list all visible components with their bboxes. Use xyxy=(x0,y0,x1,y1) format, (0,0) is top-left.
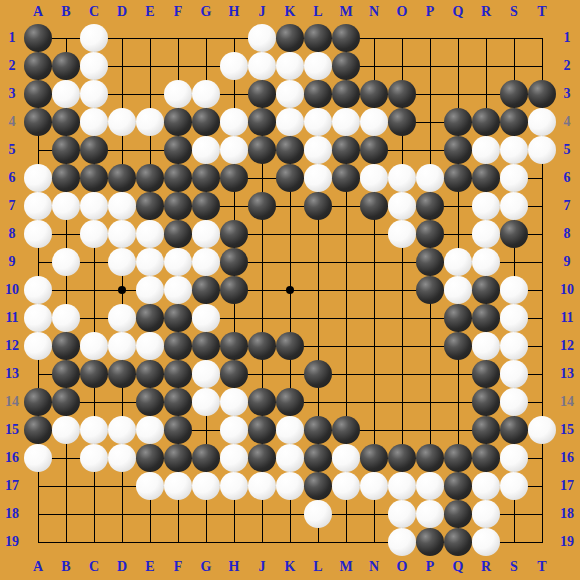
intersection-T5[interactable] xyxy=(528,136,556,164)
intersection-S8[interactable] xyxy=(500,220,528,248)
intersection-J18[interactable] xyxy=(248,500,276,528)
intersection-D18[interactable] xyxy=(108,500,136,528)
intersection-F11[interactable] xyxy=(164,304,192,332)
intersection-G17[interactable] xyxy=(192,472,220,500)
intersection-E16[interactable] xyxy=(136,444,164,472)
intersection-N3[interactable] xyxy=(360,80,388,108)
intersection-O15[interactable] xyxy=(388,416,416,444)
intersection-A4[interactable] xyxy=(24,108,52,136)
intersection-S12[interactable] xyxy=(500,332,528,360)
intersection-L12[interactable] xyxy=(304,332,332,360)
intersection-M12[interactable] xyxy=(332,332,360,360)
intersection-E3[interactable] xyxy=(136,80,164,108)
intersection-Q17[interactable] xyxy=(444,472,472,500)
intersection-R2[interactable] xyxy=(472,52,500,80)
intersection-B4[interactable] xyxy=(52,108,80,136)
intersection-L19[interactable] xyxy=(304,528,332,556)
intersection-R3[interactable] xyxy=(472,80,500,108)
intersection-F2[interactable] xyxy=(164,52,192,80)
intersection-K1[interactable] xyxy=(276,24,304,52)
intersection-N1[interactable] xyxy=(360,24,388,52)
intersection-O4[interactable] xyxy=(388,108,416,136)
intersection-L1[interactable] xyxy=(304,24,332,52)
intersection-T12[interactable] xyxy=(528,332,556,360)
intersection-F5[interactable] xyxy=(164,136,192,164)
intersection-Q19[interactable] xyxy=(444,528,472,556)
intersection-T9[interactable] xyxy=(528,248,556,276)
intersection-L8[interactable] xyxy=(304,220,332,248)
intersection-G14[interactable] xyxy=(192,388,220,416)
intersection-B15[interactable] xyxy=(52,416,80,444)
intersection-S2[interactable] xyxy=(500,52,528,80)
intersection-R15[interactable] xyxy=(472,416,500,444)
intersection-T1[interactable] xyxy=(528,24,556,52)
intersection-T17[interactable] xyxy=(528,472,556,500)
intersection-G4[interactable] xyxy=(192,108,220,136)
intersection-R7[interactable] xyxy=(472,192,500,220)
intersection-A10[interactable] xyxy=(24,276,52,304)
intersection-D5[interactable] xyxy=(108,136,136,164)
intersection-E4[interactable] xyxy=(136,108,164,136)
intersection-D12[interactable] xyxy=(108,332,136,360)
intersection-M16[interactable] xyxy=(332,444,360,472)
intersection-N14[interactable] xyxy=(360,388,388,416)
intersection-D9[interactable] xyxy=(108,248,136,276)
intersection-C10[interactable] xyxy=(80,276,108,304)
intersection-L6[interactable] xyxy=(304,164,332,192)
intersection-K6[interactable] xyxy=(276,164,304,192)
intersection-C9[interactable] xyxy=(80,248,108,276)
intersection-O12[interactable] xyxy=(388,332,416,360)
intersection-A8[interactable] xyxy=(24,220,52,248)
intersection-T8[interactable] xyxy=(528,220,556,248)
intersection-J13[interactable] xyxy=(248,360,276,388)
intersection-J8[interactable] xyxy=(248,220,276,248)
intersection-H1[interactable] xyxy=(220,24,248,52)
intersection-G9[interactable] xyxy=(192,248,220,276)
intersection-L4[interactable] xyxy=(304,108,332,136)
intersection-D11[interactable] xyxy=(108,304,136,332)
intersection-R14[interactable] xyxy=(472,388,500,416)
intersection-R9[interactable] xyxy=(472,248,500,276)
intersection-E15[interactable] xyxy=(136,416,164,444)
intersection-P11[interactable] xyxy=(416,304,444,332)
intersection-K8[interactable] xyxy=(276,220,304,248)
intersection-S4[interactable] xyxy=(500,108,528,136)
intersection-M4[interactable] xyxy=(332,108,360,136)
intersection-F8[interactable] xyxy=(164,220,192,248)
intersection-D10[interactable] xyxy=(108,276,136,304)
intersection-L3[interactable] xyxy=(304,80,332,108)
intersection-A13[interactable] xyxy=(24,360,52,388)
intersection-K12[interactable] xyxy=(276,332,304,360)
intersection-O13[interactable] xyxy=(388,360,416,388)
intersection-B17[interactable] xyxy=(52,472,80,500)
intersection-P15[interactable] xyxy=(416,416,444,444)
intersection-H11[interactable] xyxy=(220,304,248,332)
intersection-F6[interactable] xyxy=(164,164,192,192)
intersection-M13[interactable] xyxy=(332,360,360,388)
intersection-F9[interactable] xyxy=(164,248,192,276)
intersection-P9[interactable] xyxy=(416,248,444,276)
intersection-H8[interactable] xyxy=(220,220,248,248)
intersection-Q18[interactable] xyxy=(444,500,472,528)
intersection-R1[interactable] xyxy=(472,24,500,52)
intersection-S14[interactable] xyxy=(500,388,528,416)
intersection-R17[interactable] xyxy=(472,472,500,500)
intersection-M8[interactable] xyxy=(332,220,360,248)
intersection-A7[interactable] xyxy=(24,192,52,220)
intersection-T18[interactable] xyxy=(528,500,556,528)
intersection-G3[interactable] xyxy=(192,80,220,108)
intersection-C12[interactable] xyxy=(80,332,108,360)
intersection-M15[interactable] xyxy=(332,416,360,444)
intersection-T3[interactable] xyxy=(528,80,556,108)
intersection-Q6[interactable] xyxy=(444,164,472,192)
intersection-J17[interactable] xyxy=(248,472,276,500)
intersection-O8[interactable] xyxy=(388,220,416,248)
intersection-F10[interactable] xyxy=(164,276,192,304)
intersection-T2[interactable] xyxy=(528,52,556,80)
intersection-Q3[interactable] xyxy=(444,80,472,108)
intersection-B1[interactable] xyxy=(52,24,80,52)
intersection-O17[interactable] xyxy=(388,472,416,500)
intersection-G13[interactable] xyxy=(192,360,220,388)
intersection-P1[interactable] xyxy=(416,24,444,52)
intersection-B6[interactable] xyxy=(52,164,80,192)
intersection-K3[interactable] xyxy=(276,80,304,108)
intersection-K17[interactable] xyxy=(276,472,304,500)
intersection-P18[interactable] xyxy=(416,500,444,528)
intersection-A5[interactable] xyxy=(24,136,52,164)
intersection-C1[interactable] xyxy=(80,24,108,52)
intersection-R5[interactable] xyxy=(472,136,500,164)
intersection-S6[interactable] xyxy=(500,164,528,192)
intersection-D15[interactable] xyxy=(108,416,136,444)
intersection-O9[interactable] xyxy=(388,248,416,276)
intersection-M10[interactable] xyxy=(332,276,360,304)
intersection-E2[interactable] xyxy=(136,52,164,80)
intersection-E10[interactable] xyxy=(136,276,164,304)
intersection-P14[interactable] xyxy=(416,388,444,416)
intersection-B14[interactable] xyxy=(52,388,80,416)
intersection-J1[interactable] xyxy=(248,24,276,52)
intersection-R8[interactable] xyxy=(472,220,500,248)
intersection-P12[interactable] xyxy=(416,332,444,360)
intersection-P7[interactable] xyxy=(416,192,444,220)
intersection-Q16[interactable] xyxy=(444,444,472,472)
intersection-M18[interactable] xyxy=(332,500,360,528)
intersection-H7[interactable] xyxy=(220,192,248,220)
intersection-P3[interactable] xyxy=(416,80,444,108)
intersection-D4[interactable] xyxy=(108,108,136,136)
intersection-E18[interactable] xyxy=(136,500,164,528)
intersection-M17[interactable] xyxy=(332,472,360,500)
intersection-D17[interactable] xyxy=(108,472,136,500)
intersection-P5[interactable] xyxy=(416,136,444,164)
intersection-J11[interactable] xyxy=(248,304,276,332)
intersection-H6[interactable] xyxy=(220,164,248,192)
intersection-C14[interactable] xyxy=(80,388,108,416)
intersection-T13[interactable] xyxy=(528,360,556,388)
intersection-N16[interactable] xyxy=(360,444,388,472)
intersection-O16[interactable] xyxy=(388,444,416,472)
intersection-J3[interactable] xyxy=(248,80,276,108)
intersection-J12[interactable] xyxy=(248,332,276,360)
intersection-G7[interactable] xyxy=(192,192,220,220)
intersection-K2[interactable] xyxy=(276,52,304,80)
intersection-O1[interactable] xyxy=(388,24,416,52)
intersection-H19[interactable] xyxy=(220,528,248,556)
intersection-G6[interactable] xyxy=(192,164,220,192)
intersection-E13[interactable] xyxy=(136,360,164,388)
intersection-Q9[interactable] xyxy=(444,248,472,276)
intersection-F12[interactable] xyxy=(164,332,192,360)
intersection-F13[interactable] xyxy=(164,360,192,388)
intersection-N7[interactable] xyxy=(360,192,388,220)
intersection-O18[interactable] xyxy=(388,500,416,528)
intersection-G8[interactable] xyxy=(192,220,220,248)
intersection-B3[interactable] xyxy=(52,80,80,108)
intersection-T16[interactable] xyxy=(528,444,556,472)
intersection-Q11[interactable] xyxy=(444,304,472,332)
intersection-A19[interactable] xyxy=(24,528,52,556)
intersection-F17[interactable] xyxy=(164,472,192,500)
intersection-M11[interactable] xyxy=(332,304,360,332)
intersection-E9[interactable] xyxy=(136,248,164,276)
intersection-H10[interactable] xyxy=(220,276,248,304)
intersection-G16[interactable] xyxy=(192,444,220,472)
intersection-L16[interactable] xyxy=(304,444,332,472)
intersection-T10[interactable] xyxy=(528,276,556,304)
intersection-B10[interactable] xyxy=(52,276,80,304)
intersection-K4[interactable] xyxy=(276,108,304,136)
intersection-G10[interactable] xyxy=(192,276,220,304)
intersection-G18[interactable] xyxy=(192,500,220,528)
intersection-R13[interactable] xyxy=(472,360,500,388)
intersection-F16[interactable] xyxy=(164,444,192,472)
intersection-B9[interactable] xyxy=(52,248,80,276)
intersection-T14[interactable] xyxy=(528,388,556,416)
intersection-S9[interactable] xyxy=(500,248,528,276)
intersection-Q13[interactable] xyxy=(444,360,472,388)
intersection-H5[interactable] xyxy=(220,136,248,164)
intersection-C5[interactable] xyxy=(80,136,108,164)
intersection-J6[interactable] xyxy=(248,164,276,192)
intersection-S19[interactable] xyxy=(500,528,528,556)
intersection-S7[interactable] xyxy=(500,192,528,220)
intersection-H17[interactable] xyxy=(220,472,248,500)
intersection-L10[interactable] xyxy=(304,276,332,304)
intersection-S18[interactable] xyxy=(500,500,528,528)
intersection-R6[interactable] xyxy=(472,164,500,192)
intersection-A3[interactable] xyxy=(24,80,52,108)
intersection-O6[interactable] xyxy=(388,164,416,192)
intersection-P6[interactable] xyxy=(416,164,444,192)
intersection-C6[interactable] xyxy=(80,164,108,192)
intersection-L15[interactable] xyxy=(304,416,332,444)
intersection-F7[interactable] xyxy=(164,192,192,220)
intersection-D19[interactable] xyxy=(108,528,136,556)
intersection-H3[interactable] xyxy=(220,80,248,108)
intersection-C19[interactable] xyxy=(80,528,108,556)
intersection-D1[interactable] xyxy=(108,24,136,52)
intersection-P4[interactable] xyxy=(416,108,444,136)
intersection-H12[interactable] xyxy=(220,332,248,360)
intersection-R19[interactable] xyxy=(472,528,500,556)
intersection-Q7[interactable] xyxy=(444,192,472,220)
intersection-H13[interactable] xyxy=(220,360,248,388)
intersection-D16[interactable] xyxy=(108,444,136,472)
intersection-K13[interactable] xyxy=(276,360,304,388)
intersection-F19[interactable] xyxy=(164,528,192,556)
intersection-J5[interactable] xyxy=(248,136,276,164)
intersection-L17[interactable] xyxy=(304,472,332,500)
intersection-B11[interactable] xyxy=(52,304,80,332)
intersection-Q5[interactable] xyxy=(444,136,472,164)
intersection-N13[interactable] xyxy=(360,360,388,388)
intersection-B19[interactable] xyxy=(52,528,80,556)
intersection-P8[interactable] xyxy=(416,220,444,248)
intersection-L7[interactable] xyxy=(304,192,332,220)
intersection-C7[interactable] xyxy=(80,192,108,220)
intersection-D14[interactable] xyxy=(108,388,136,416)
intersection-Q4[interactable] xyxy=(444,108,472,136)
intersection-G1[interactable] xyxy=(192,24,220,52)
intersection-A1[interactable] xyxy=(24,24,52,52)
intersection-B5[interactable] xyxy=(52,136,80,164)
intersection-J19[interactable] xyxy=(248,528,276,556)
intersection-E6[interactable] xyxy=(136,164,164,192)
intersection-D13[interactable] xyxy=(108,360,136,388)
intersection-E12[interactable] xyxy=(136,332,164,360)
intersection-T6[interactable] xyxy=(528,164,556,192)
intersection-S10[interactable] xyxy=(500,276,528,304)
intersection-K15[interactable] xyxy=(276,416,304,444)
intersection-B2[interactable] xyxy=(52,52,80,80)
intersection-J7[interactable] xyxy=(248,192,276,220)
intersection-H14[interactable] xyxy=(220,388,248,416)
intersection-M14[interactable] xyxy=(332,388,360,416)
intersection-A11[interactable] xyxy=(24,304,52,332)
intersection-P2[interactable] xyxy=(416,52,444,80)
intersection-S16[interactable] xyxy=(500,444,528,472)
intersection-B12[interactable] xyxy=(52,332,80,360)
intersection-T7[interactable] xyxy=(528,192,556,220)
intersection-L18[interactable] xyxy=(304,500,332,528)
intersection-L2[interactable] xyxy=(304,52,332,80)
intersection-D3[interactable] xyxy=(108,80,136,108)
intersection-O2[interactable] xyxy=(388,52,416,80)
intersection-N8[interactable] xyxy=(360,220,388,248)
intersection-L5[interactable] xyxy=(304,136,332,164)
intersection-A15[interactable] xyxy=(24,416,52,444)
intersection-Q12[interactable] xyxy=(444,332,472,360)
intersection-G19[interactable] xyxy=(192,528,220,556)
intersection-R10[interactable] xyxy=(472,276,500,304)
intersection-Q10[interactable] xyxy=(444,276,472,304)
intersection-F15[interactable] xyxy=(164,416,192,444)
intersection-T11[interactable] xyxy=(528,304,556,332)
intersection-F14[interactable] xyxy=(164,388,192,416)
intersection-D6[interactable] xyxy=(108,164,136,192)
intersection-R16[interactable] xyxy=(472,444,500,472)
intersection-K9[interactable] xyxy=(276,248,304,276)
intersection-T15[interactable] xyxy=(528,416,556,444)
intersection-F1[interactable] xyxy=(164,24,192,52)
intersection-M6[interactable] xyxy=(332,164,360,192)
intersection-H9[interactable] xyxy=(220,248,248,276)
intersection-N4[interactable] xyxy=(360,108,388,136)
intersection-N19[interactable] xyxy=(360,528,388,556)
intersection-N9[interactable] xyxy=(360,248,388,276)
intersection-S15[interactable] xyxy=(500,416,528,444)
intersection-O11[interactable] xyxy=(388,304,416,332)
intersection-A14[interactable] xyxy=(24,388,52,416)
intersection-C17[interactable] xyxy=(80,472,108,500)
intersection-S3[interactable] xyxy=(500,80,528,108)
intersection-R18[interactable] xyxy=(472,500,500,528)
intersection-J10[interactable] xyxy=(248,276,276,304)
intersection-A12[interactable] xyxy=(24,332,52,360)
intersection-O10[interactable] xyxy=(388,276,416,304)
intersection-A9[interactable] xyxy=(24,248,52,276)
intersection-H2[interactable] xyxy=(220,52,248,80)
intersection-L11[interactable] xyxy=(304,304,332,332)
intersection-T4[interactable] xyxy=(528,108,556,136)
intersection-P13[interactable] xyxy=(416,360,444,388)
intersection-K5[interactable] xyxy=(276,136,304,164)
intersection-K7[interactable] xyxy=(276,192,304,220)
intersection-F3[interactable] xyxy=(164,80,192,108)
intersection-A2[interactable] xyxy=(24,52,52,80)
intersection-F4[interactable] xyxy=(164,108,192,136)
intersection-P19[interactable] xyxy=(416,528,444,556)
intersection-H18[interactable] xyxy=(220,500,248,528)
intersection-K14[interactable] xyxy=(276,388,304,416)
intersection-J4[interactable] xyxy=(248,108,276,136)
intersection-R4[interactable] xyxy=(472,108,500,136)
intersection-M5[interactable] xyxy=(332,136,360,164)
intersection-E17[interactable] xyxy=(136,472,164,500)
intersection-S5[interactable] xyxy=(500,136,528,164)
intersection-O14[interactable] xyxy=(388,388,416,416)
intersection-P16[interactable] xyxy=(416,444,444,472)
intersection-J9[interactable] xyxy=(248,248,276,276)
intersection-E5[interactable] xyxy=(136,136,164,164)
intersection-Q8[interactable] xyxy=(444,220,472,248)
intersection-J2[interactable] xyxy=(248,52,276,80)
intersection-K16[interactable] xyxy=(276,444,304,472)
intersection-C2[interactable] xyxy=(80,52,108,80)
intersection-J16[interactable] xyxy=(248,444,276,472)
intersection-B18[interactable] xyxy=(52,500,80,528)
intersection-L9[interactable] xyxy=(304,248,332,276)
intersection-P17[interactable] xyxy=(416,472,444,500)
intersection-D2[interactable] xyxy=(108,52,136,80)
intersection-Q15[interactable] xyxy=(444,416,472,444)
intersection-F18[interactable] xyxy=(164,500,192,528)
intersection-P10[interactable] xyxy=(416,276,444,304)
intersection-O5[interactable] xyxy=(388,136,416,164)
intersection-B16[interactable] xyxy=(52,444,80,472)
intersection-G15[interactable] xyxy=(192,416,220,444)
intersection-G5[interactable] xyxy=(192,136,220,164)
intersection-K11[interactable] xyxy=(276,304,304,332)
intersection-A17[interactable] xyxy=(24,472,52,500)
intersection-J14[interactable] xyxy=(248,388,276,416)
intersection-C18[interactable] xyxy=(80,500,108,528)
